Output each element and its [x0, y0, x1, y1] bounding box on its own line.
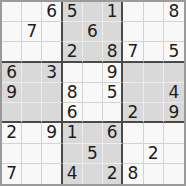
cell-r5c1[interactable]: 9	[2, 83, 22, 103]
cell-r2c5[interactable]: 6	[83, 22, 103, 42]
sudoku-board: 651876287563998546292916527428	[0, 0, 186, 186]
cell-r5c8[interactable]	[144, 83, 164, 103]
cell-r8c7[interactable]	[123, 144, 143, 164]
cell-r9c6[interactable]: 2	[103, 164, 123, 184]
cell-r5c6[interactable]: 5	[103, 83, 123, 103]
cell-r4c6[interactable]: 9	[103, 63, 123, 83]
cell-r4c9[interactable]	[164, 63, 184, 83]
cell-r3c3[interactable]	[42, 42, 62, 62]
cell-r8c3[interactable]	[42, 144, 62, 164]
cell-r7c7[interactable]	[123, 123, 143, 143]
cell-r3c5[interactable]	[83, 42, 103, 62]
cell-r2c3[interactable]	[42, 22, 62, 42]
cell-r2c9[interactable]	[164, 22, 184, 42]
cell-r7c9[interactable]	[164, 123, 184, 143]
cell-r9c3[interactable]	[42, 164, 62, 184]
cell-r6c6[interactable]	[103, 103, 123, 123]
cell-r2c2[interactable]: 7	[22, 22, 42, 42]
cell-r9c1[interactable]: 7	[2, 164, 22, 184]
cell-r1c5[interactable]	[83, 2, 103, 22]
cell-r8c5[interactable]: 5	[83, 144, 103, 164]
cell-r9c2[interactable]	[22, 164, 42, 184]
cell-r2c8[interactable]	[144, 22, 164, 42]
cell-r8c9[interactable]	[164, 144, 184, 164]
cell-r1c3[interactable]: 6	[42, 2, 62, 22]
cell-r8c2[interactable]	[22, 144, 42, 164]
cell-r4c2[interactable]	[22, 63, 42, 83]
cell-r1c1[interactable]	[2, 2, 22, 22]
cell-r9c9[interactable]	[164, 164, 184, 184]
cell-r2c4[interactable]	[63, 22, 83, 42]
cell-r2c1[interactable]	[2, 22, 22, 42]
cell-r8c1[interactable]	[2, 144, 22, 164]
cell-r3c4[interactable]: 2	[63, 42, 83, 62]
cell-r1c4[interactable]: 5	[63, 2, 83, 22]
cell-r9c5[interactable]	[83, 164, 103, 184]
cell-r3c8[interactable]	[144, 42, 164, 62]
cell-r1c7[interactable]	[123, 2, 143, 22]
cell-r7c3[interactable]: 9	[42, 123, 62, 143]
cell-r7c8[interactable]	[144, 123, 164, 143]
cell-r2c7[interactable]	[123, 22, 143, 42]
cell-r8c8[interactable]: 2	[144, 144, 164, 164]
cell-r7c4[interactable]: 1	[63, 123, 83, 143]
cell-r7c2[interactable]	[22, 123, 42, 143]
cell-r5c9[interactable]: 4	[164, 83, 184, 103]
cell-r3c7[interactable]: 7	[123, 42, 143, 62]
cell-r6c2[interactable]	[22, 103, 42, 123]
cell-r3c6[interactable]: 8	[103, 42, 123, 62]
cell-r1c2[interactable]	[22, 2, 42, 22]
cell-r5c2[interactable]	[22, 83, 42, 103]
cell-r4c7[interactable]	[123, 63, 143, 83]
cell-r7c5[interactable]	[83, 123, 103, 143]
cell-r1c9[interactable]: 8	[164, 2, 184, 22]
cell-r1c8[interactable]	[144, 2, 164, 22]
cell-r9c4[interactable]: 4	[63, 164, 83, 184]
cell-r6c4[interactable]: 6	[63, 103, 83, 123]
cell-r6c5[interactable]	[83, 103, 103, 123]
cell-r4c3[interactable]: 3	[42, 63, 62, 83]
cell-r8c4[interactable]	[63, 144, 83, 164]
cell-r6c1[interactable]	[2, 103, 22, 123]
cell-r6c8[interactable]	[144, 103, 164, 123]
cell-r3c2[interactable]	[22, 42, 42, 62]
cell-r8c6[interactable]	[103, 144, 123, 164]
cell-r4c1[interactable]: 6	[2, 63, 22, 83]
cell-r5c7[interactable]	[123, 83, 143, 103]
cell-r9c7[interactable]: 8	[123, 164, 143, 184]
cell-r5c5[interactable]	[83, 83, 103, 103]
cell-r3c1[interactable]	[2, 42, 22, 62]
cell-r1c6[interactable]: 1	[103, 2, 123, 22]
cell-r3c9[interactable]: 5	[164, 42, 184, 62]
cell-r9c8[interactable]	[144, 164, 164, 184]
cell-r4c8[interactable]	[144, 63, 164, 83]
cell-r6c3[interactable]	[42, 103, 62, 123]
cell-r6c7[interactable]: 2	[123, 103, 143, 123]
cell-r4c5[interactable]	[83, 63, 103, 83]
cell-r6c9[interactable]: 9	[164, 103, 184, 123]
cell-r5c4[interactable]: 8	[63, 83, 83, 103]
cell-r7c1[interactable]: 2	[2, 123, 22, 143]
cell-r4c4[interactable]	[63, 63, 83, 83]
cell-r2c6[interactable]	[103, 22, 123, 42]
cell-r7c6[interactable]: 6	[103, 123, 123, 143]
cell-r5c3[interactable]	[42, 83, 62, 103]
